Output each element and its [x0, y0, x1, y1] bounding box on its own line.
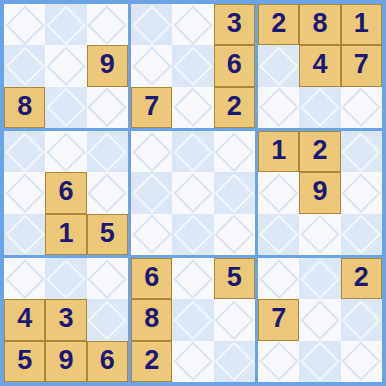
cell-r8-c6[interactable]: [214, 299, 255, 340]
cell-value: 7: [144, 93, 159, 122]
cell-r3-c9[interactable]: [341, 87, 382, 128]
cell-r7-c7[interactable]: [258, 258, 299, 299]
cell-r3-c1[interactable]: 8: [4, 87, 45, 128]
cell-r9-c3[interactable]: 6: [87, 341, 128, 382]
cell-r9-c7[interactable]: [258, 341, 299, 382]
box-1-1: 98: [4, 4, 128, 128]
cell-r8-c4[interactable]: 8: [131, 299, 172, 340]
cell-r4-c8[interactable]: 2: [299, 131, 340, 172]
cell-value: 8: [312, 10, 327, 39]
cell-r5-c1[interactable]: [4, 172, 45, 213]
cell-r7-c5[interactable]: [172, 258, 213, 299]
cell-r7-c3[interactable]: [87, 258, 128, 299]
cell-r4-c9[interactable]: [341, 131, 382, 172]
cell-r7-c8[interactable]: [299, 258, 340, 299]
cell-r8-c8[interactable]: [299, 299, 340, 340]
cell-r3-c6[interactable]: 2: [214, 87, 255, 128]
cell-value: 2: [144, 347, 159, 376]
cell-r6-c4[interactable]: [131, 214, 172, 255]
cell-r5-c3[interactable]: [87, 172, 128, 213]
cell-r1-c3[interactable]: [87, 4, 128, 45]
cell-value: 4: [17, 305, 32, 334]
cell-value: 6: [227, 51, 242, 80]
cell-r8-c1[interactable]: 4: [4, 299, 45, 340]
cell-r1-c8[interactable]: 8: [299, 4, 340, 45]
cell-r1-c5[interactable]: [172, 4, 213, 45]
cell-r2-c6[interactable]: 6: [214, 45, 255, 86]
cell-r6-c8[interactable]: [299, 214, 340, 255]
cell-r6-c7[interactable]: [258, 214, 299, 255]
cell-r1-c6[interactable]: 3: [214, 4, 255, 45]
box-1-2: 3672: [131, 4, 255, 128]
cell-value: 9: [100, 51, 115, 80]
cell-r3-c2[interactable]: [45, 87, 86, 128]
box-2-3: 129: [258, 131, 382, 255]
cell-value: 9: [58, 347, 73, 376]
cell-value: 1: [354, 10, 369, 39]
cell-value: 8: [144, 305, 159, 334]
cell-value: 2: [227, 93, 242, 122]
sudoku-board: 9836722814761512943596658227: [0, 0, 386, 386]
cell-r1-c9[interactable]: 1: [341, 4, 382, 45]
cell-r5-c2[interactable]: 6: [45, 172, 86, 213]
cell-r4-c6[interactable]: [214, 131, 255, 172]
cell-r4-c3[interactable]: [87, 131, 128, 172]
cell-r9-c4[interactable]: 2: [131, 341, 172, 382]
cell-r9-c8[interactable]: [299, 341, 340, 382]
cell-r6-c2[interactable]: 1: [45, 214, 86, 255]
box-2-2: [131, 131, 255, 255]
cell-r2-c4[interactable]: [131, 45, 172, 86]
cell-r2-c8[interactable]: 4: [299, 45, 340, 86]
cell-r9-c2[interactable]: 9: [45, 341, 86, 382]
cell-value: 5: [100, 220, 115, 249]
box-1-3: 28147: [258, 4, 382, 128]
cell-r8-c2[interactable]: 3: [45, 299, 86, 340]
cell-r3-c4[interactable]: 7: [131, 87, 172, 128]
box-3-1: 43596: [4, 258, 128, 382]
cell-value: 6: [100, 347, 115, 376]
cell-r3-c3[interactable]: [87, 87, 128, 128]
cell-r1-c2[interactable]: [45, 4, 86, 45]
cell-value: 3: [227, 10, 242, 39]
cell-value: 5: [17, 347, 32, 376]
cell-r2-c5[interactable]: [172, 45, 213, 86]
cell-r5-c7[interactable]: [258, 172, 299, 213]
cell-r6-c5[interactable]: [172, 214, 213, 255]
cell-r8-c9[interactable]: [341, 299, 382, 340]
cell-r8-c5[interactable]: [172, 299, 213, 340]
cell-r5-c8[interactable]: 9: [299, 172, 340, 213]
cell-r4-c7[interactable]: 1: [258, 131, 299, 172]
cell-r5-c4[interactable]: [131, 172, 172, 213]
cell-r4-c2[interactable]: [45, 131, 86, 172]
cell-r3-c8[interactable]: [299, 87, 340, 128]
cell-value: 3: [58, 305, 73, 334]
cell-r1-c7[interactable]: 2: [258, 4, 299, 45]
cell-r1-c1[interactable]: [4, 4, 45, 45]
cell-r6-c3[interactable]: 5: [87, 214, 128, 255]
cell-r2-c9[interactable]: 7: [341, 45, 382, 86]
cell-r2-c3[interactable]: 9: [87, 45, 128, 86]
cell-r2-c7[interactable]: [258, 45, 299, 86]
cell-r8-c3[interactable]: [87, 299, 128, 340]
cell-r7-c4[interactable]: 6: [131, 258, 172, 299]
cell-r9-c5[interactable]: [172, 341, 213, 382]
cell-value: 4: [312, 51, 327, 80]
box-2-1: 615: [4, 131, 128, 255]
cell-r6-c9[interactable]: [341, 214, 382, 255]
cell-r7-c1[interactable]: [4, 258, 45, 299]
cell-r2-c2[interactable]: [45, 45, 86, 86]
box-3-2: 6582: [131, 258, 255, 382]
cell-r5-c9[interactable]: [341, 172, 382, 213]
cell-value: 5: [227, 264, 242, 293]
cell-r6-c1[interactable]: [4, 214, 45, 255]
cell-r4-c5[interactable]: [172, 131, 213, 172]
cell-r3-c7[interactable]: [258, 87, 299, 128]
cell-value: 7: [271, 305, 286, 334]
cell-value: 2: [312, 137, 327, 166]
cell-r9-c9[interactable]: [341, 341, 382, 382]
box-3-3: 27: [258, 258, 382, 382]
cell-value: 9: [312, 178, 327, 207]
cell-r2-c1[interactable]: [4, 45, 45, 86]
cell-value: 2: [271, 10, 286, 39]
cell-r4-c4[interactable]: [131, 131, 172, 172]
cell-value: 7: [354, 51, 369, 80]
cell-r7-c6[interactable]: 5: [214, 258, 255, 299]
cell-value: 6: [144, 264, 159, 293]
cell-r5-c5[interactable]: [172, 172, 213, 213]
cell-r9-c1[interactable]: 5: [4, 341, 45, 382]
cell-r7-c9[interactable]: 2: [341, 258, 382, 299]
cell-value: 6: [58, 178, 73, 207]
cell-r1-c4[interactable]: [131, 4, 172, 45]
cell-r6-c6[interactable]: [214, 214, 255, 255]
cell-value: 1: [271, 137, 286, 166]
cell-r5-c6[interactable]: [214, 172, 255, 213]
cell-r3-c5[interactable]: [172, 87, 213, 128]
cell-value: 1: [58, 220, 73, 249]
cell-r4-c1[interactable]: [4, 131, 45, 172]
cell-r9-c6[interactable]: [214, 341, 255, 382]
cell-r8-c7[interactable]: 7: [258, 299, 299, 340]
cell-value: 2: [354, 264, 369, 293]
cell-value: 8: [17, 93, 32, 122]
cell-r7-c2[interactable]: [45, 258, 86, 299]
